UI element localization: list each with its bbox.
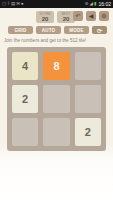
board-cell [75,52,101,80]
back-button[interactable]: ◀ [86,11,96,21]
settings-gear-icon: ⚙ [101,11,106,21]
back-icon: ◀ [89,11,94,21]
signal-icon: ◢ [90,0,93,8]
board-cell [43,118,69,146]
restart-button[interactable]: ⟳ [92,26,107,34]
notification-icon: ▢ [2,0,6,8]
board-cell: 2 [75,118,101,146]
app-window: ▢ ᛒ ▤ ✉ ● ⊘ ◢ ▮ 16:02 SCORE 20 BEST 20 ↶… [0,0,113,200]
board-cell: 8 [43,52,69,80]
auto-button[interactable]: AUTO [36,26,61,34]
mute-icon: ⊘ [85,0,89,8]
score-value: 20 [42,16,49,22]
grid-button[interactable]: GRID [8,26,33,34]
board-cell: 2 [12,85,38,113]
message-icon: ✉ [16,0,20,8]
board-cell [12,118,38,146]
restart-icon: ⟳ [97,27,102,34]
board-cell: 4 [12,52,38,80]
status-bar: ▢ ᛒ ▤ ✉ ● ⊘ ◢ ▮ 16:02 [0,0,113,8]
board-cell [43,85,69,113]
notification-icon: ● [21,0,24,8]
mode-button[interactable]: MODE [64,26,89,34]
instruction-text: Join the numbers and get to the 512 tile… [4,38,113,43]
game-board[interactable]: 4 8 2 2 [7,47,106,151]
settings-button[interactable]: ⚙ [99,11,109,21]
undo-icon: ↶ [75,11,80,21]
board-cell [75,85,101,113]
best-value: 20 [63,16,70,22]
clock-time: 16:02 [98,0,111,8]
mini-button-group: ↶ ◀ ⚙ [73,11,109,21]
score-box: SCORE 20 [36,11,54,23]
bluetooth-icon: ᛒ [7,0,10,8]
notification-icon: ▤ [11,0,15,8]
undo-button[interactable]: ↶ [73,11,83,21]
battery-icon: ▮ [94,0,96,8]
toolbar: GRID AUTO MODE ⟳ [8,26,107,34]
